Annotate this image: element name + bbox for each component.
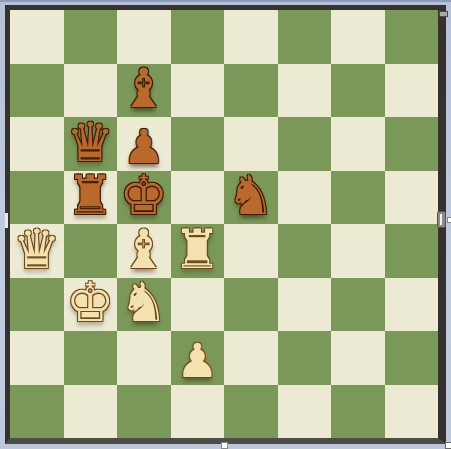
black-bishop: ♝ [120, 62, 168, 116]
square-h4 [385, 224, 439, 278]
square-f3 [278, 278, 332, 332]
white-pawn: ♟ [176, 337, 218, 384]
square-d3 [171, 278, 225, 332]
black-pawn: ♟ [123, 123, 165, 170]
square-c6: ♟ [117, 117, 171, 171]
square-b2 [64, 331, 118, 385]
square-e3 [224, 278, 278, 332]
square-h5 [385, 171, 439, 225]
square-d6 [171, 117, 225, 171]
chess-board-image[interactable]: ♝♛♟♜♚♞♛♝♜♚♞♟ [5, 5, 446, 444]
square-h1 [385, 385, 439, 439]
square-a1 [10, 385, 64, 439]
square-e2 [224, 331, 278, 385]
black-queen: ♛ [66, 116, 114, 170]
square-h8 [385, 10, 439, 64]
square-f2 [278, 331, 332, 385]
square-a5 [10, 171, 64, 225]
square-e6 [224, 117, 278, 171]
square-d4: ♜ [171, 224, 225, 278]
square-g3 [331, 278, 385, 332]
square-a4: ♛ [10, 224, 64, 278]
square-f7 [278, 64, 332, 118]
square-d1 [171, 385, 225, 439]
square-g1 [331, 385, 385, 439]
white-queen: ♛ [13, 223, 61, 277]
square-b5: ♜ [64, 171, 118, 225]
square-d2: ♟ [171, 331, 225, 385]
square-c4: ♝ [117, 224, 171, 278]
square-b6: ♛ [64, 117, 118, 171]
square-f8 [278, 10, 332, 64]
white-king: ♚ [66, 276, 114, 330]
selection-handle-right[interactable] [447, 217, 451, 223]
black-rook: ♜ [66, 169, 114, 223]
white-rook: ♜ [173, 223, 221, 277]
square-f5 [278, 171, 332, 225]
square-g6 [331, 117, 385, 171]
editor-canvas: ♝♛♟♜♚♞♛♝♜♚♞♟ [0, 0, 451, 449]
square-c2 [117, 331, 171, 385]
square-h7 [385, 64, 439, 118]
square-g7 [331, 64, 385, 118]
black-king: ♚ [120, 169, 168, 223]
resize-handle-left-middle[interactable] [5, 213, 8, 228]
square-e8 [224, 10, 278, 64]
resize-handle-top-right[interactable] [439, 11, 448, 17]
square-g2 [331, 331, 385, 385]
square-a7 [10, 64, 64, 118]
square-h3 [385, 278, 439, 332]
square-c3: ♞ [117, 278, 171, 332]
square-g5 [331, 171, 385, 225]
square-a2 [10, 331, 64, 385]
square-e4 [224, 224, 278, 278]
square-c1 [117, 385, 171, 439]
square-e7 [224, 64, 278, 118]
square-e1 [224, 385, 278, 439]
square-f4 [278, 224, 332, 278]
square-h6 [385, 117, 439, 171]
square-d7 [171, 64, 225, 118]
chess-board: ♝♛♟♜♚♞♛♝♜♚♞♟ [10, 10, 438, 438]
square-g4 [331, 224, 385, 278]
black-knight: ♞ [227, 169, 275, 223]
square-d8 [171, 10, 225, 64]
square-f1 [278, 385, 332, 439]
square-b3: ♚ [64, 278, 118, 332]
selection-handle-bottom-right[interactable] [445, 442, 451, 449]
square-d5 [171, 171, 225, 225]
white-bishop: ♝ [120, 223, 168, 277]
square-f6 [278, 117, 332, 171]
white-knight: ♞ [120, 276, 168, 330]
square-g8 [331, 10, 385, 64]
square-b4 [64, 224, 118, 278]
square-b7 [64, 64, 118, 118]
selection-handle-bottom-center[interactable] [221, 442, 228, 449]
square-a8 [10, 10, 64, 64]
canvas-top-edge [0, 0, 451, 2]
square-b8 [64, 10, 118, 64]
square-a3 [10, 278, 64, 332]
square-c5: ♚ [117, 171, 171, 225]
square-b1 [64, 385, 118, 439]
square-c8 [117, 10, 171, 64]
square-e5: ♞ [224, 171, 278, 225]
resize-handle-right-middle[interactable] [437, 211, 446, 228]
square-a6 [10, 117, 64, 171]
square-h2 [385, 331, 439, 385]
square-c7: ♝ [117, 64, 171, 118]
